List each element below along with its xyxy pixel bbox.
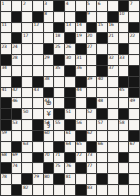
white-cell-r7-c0[interactable] bbox=[1, 77, 11, 87]
white-cell-r4-c1[interactable]: 24 bbox=[12, 44, 22, 54]
clue-number: 8 bbox=[44, 11, 47, 16]
white-cell-r15-c6[interactable]: 76 bbox=[65, 163, 75, 173]
white-cell-r3-c4[interactable] bbox=[44, 33, 54, 43]
white-cell-r9-c3[interactable] bbox=[33, 98, 43, 108]
white-cell-r13-c12[interactable]: 67 bbox=[129, 142, 139, 152]
white-cell-r4-c2[interactable] bbox=[22, 44, 32, 54]
black-cell-r12-c7 bbox=[76, 131, 86, 141]
black-cell-r1-c3 bbox=[33, 12, 43, 22]
white-cell-r10-c4[interactable]: ¥ bbox=[44, 109, 54, 119]
white-cell-r8-c5[interactable] bbox=[54, 88, 64, 98]
black-cell-r0-c5 bbox=[54, 1, 64, 11]
white-cell-r14-c10[interactable] bbox=[108, 153, 118, 163]
white-cell-r2-c11[interactable] bbox=[119, 23, 129, 33]
white-cell-r4-c0[interactable]: 23 bbox=[1, 44, 11, 54]
clue-number: 4 bbox=[66, 1, 69, 6]
white-cell-r11-c12[interactable] bbox=[129, 120, 139, 130]
white-cell-r2-c9[interactable]: 15 bbox=[97, 23, 107, 33]
black-cell-r16-c11 bbox=[119, 174, 129, 184]
white-cell-r0-c8[interactable]: 5 bbox=[87, 1, 97, 11]
clue-number: 63 bbox=[23, 141, 28, 146]
black-cell-r10-c1 bbox=[12, 109, 22, 119]
white-cell-r3-c2[interactable]: 17 bbox=[22, 33, 32, 43]
clue-number: 30 bbox=[66, 55, 71, 60]
white-cell-r8-c1[interactable]: 42 bbox=[12, 88, 22, 98]
white-cell-r11-c10[interactable] bbox=[108, 120, 118, 130]
white-cell-r2-c2[interactable] bbox=[22, 23, 32, 33]
clue-number: 42 bbox=[12, 87, 17, 92]
white-cell-r7-c4[interactable]: 38 bbox=[44, 77, 54, 87]
clue-number: 16 bbox=[108, 22, 113, 27]
clue-number: 48 bbox=[98, 98, 103, 103]
clue-number: 80 bbox=[44, 174, 49, 179]
clue-number: 66 bbox=[98, 141, 103, 146]
white-cell-r15-c1[interactable]: 74 bbox=[12, 163, 22, 173]
black-cell-r3-c1 bbox=[12, 33, 22, 43]
white-cell-r4-c5[interactable]: 25 bbox=[54, 44, 64, 54]
clue-number: 55 bbox=[55, 120, 60, 125]
black-cell-r1-c10 bbox=[108, 12, 118, 22]
black-cell-r14-c11 bbox=[119, 153, 129, 163]
black-cell-r9-c8 bbox=[87, 98, 97, 108]
white-cell-r3-c10[interactable]: 21 bbox=[108, 33, 118, 43]
black-cell-r6-c9 bbox=[97, 66, 107, 76]
clue-number: 26 bbox=[66, 44, 71, 49]
white-cell-r7-c6[interactable] bbox=[65, 77, 75, 87]
white-cell-r4-c12[interactable] bbox=[129, 44, 139, 54]
black-cell-r4-c11 bbox=[119, 44, 129, 54]
white-cell-r15-c10[interactable] bbox=[108, 163, 118, 173]
white-cell-r4-c6[interactable]: 26 bbox=[65, 44, 75, 54]
black-cell-r15-c0 bbox=[1, 163, 11, 173]
clue-number: 28 bbox=[12, 55, 17, 60]
white-cell-r12-c6[interactable]: 61 bbox=[65, 131, 75, 141]
white-cell-r3-c12[interactable]: 22 bbox=[129, 33, 139, 43]
black-cell-r11-c6 bbox=[65, 120, 75, 130]
clue-number: 46 bbox=[12, 98, 17, 103]
white-cell-r16-c4[interactable]: 80 bbox=[44, 174, 54, 184]
white-cell-r6-c8[interactable] bbox=[87, 66, 97, 76]
white-cell-r2-c0[interactable]: 11 bbox=[1, 23, 11, 33]
white-cell-r6-c3[interactable] bbox=[33, 66, 43, 76]
clue-number: 76 bbox=[66, 163, 71, 168]
clue-number: 25 bbox=[55, 44, 60, 49]
white-cell-r16-c10[interactable] bbox=[108, 174, 118, 184]
white-cell-r0-c7[interactable] bbox=[76, 1, 86, 11]
white-cell-r17-c5[interactable] bbox=[54, 185, 64, 195]
white-cell-r3-c7[interactable]: 19 bbox=[76, 33, 86, 43]
white-cell-r10-c3[interactable] bbox=[33, 109, 43, 119]
white-cell-r9-c10[interactable] bbox=[108, 98, 118, 108]
black-cell-r10-c5 bbox=[54, 109, 64, 119]
black-cell-r10-c9 bbox=[97, 109, 107, 119]
white-cell-r16-c12[interactable] bbox=[129, 174, 139, 184]
white-cell-r5-c4[interactable]: 29 bbox=[44, 55, 54, 65]
white-cell-r0-c1[interactable] bbox=[12, 1, 22, 11]
white-cell-r17-c11[interactable] bbox=[119, 185, 129, 195]
white-cell-r12-c8[interactable]: 62 bbox=[87, 131, 97, 141]
white-cell-r11-c5[interactable]: 55 bbox=[54, 120, 64, 130]
white-cell-r8-c2[interactable] bbox=[22, 88, 32, 98]
white-cell-r12-c5[interactable] bbox=[54, 131, 64, 141]
white-cell-r6-c0[interactable]: 34 bbox=[1, 66, 11, 76]
white-cell-r9-c7[interactable] bbox=[76, 98, 86, 108]
black-cell-r11-c0 bbox=[1, 120, 11, 130]
clue-number: 61 bbox=[66, 130, 71, 135]
clue-number: 20 bbox=[87, 33, 92, 38]
black-cell-r0-c11 bbox=[119, 1, 129, 11]
white-cell-r10-c8[interactable]: 52 bbox=[87, 109, 97, 119]
white-cell-r2-c4[interactable] bbox=[44, 23, 54, 33]
white-cell-r13-c4[interactable] bbox=[44, 142, 54, 152]
clue-number: 50 bbox=[23, 109, 28, 114]
black-cell-r12-c12 bbox=[129, 131, 139, 141]
black-cell-r3-c6 bbox=[65, 33, 75, 43]
white-cell-r6-c5[interactable]: 35 bbox=[54, 66, 64, 76]
white-cell-r10-c7[interactable] bbox=[76, 109, 86, 119]
white-cell-r1-c8[interactable]: 9 bbox=[87, 12, 97, 22]
white-cell-r12-c9[interactable] bbox=[97, 131, 107, 141]
white-cell-r8-c11[interactable]: 45 bbox=[119, 88, 129, 98]
white-cell-r14-c12[interactable] bbox=[129, 153, 139, 163]
black-cell-r7-c1 bbox=[12, 77, 22, 87]
black-cell-r11-c3 bbox=[33, 120, 43, 130]
clue-number: 17 bbox=[23, 33, 28, 38]
black-cell-r4-c4 bbox=[44, 44, 54, 54]
white-cell-r14-c0[interactable]: 68 bbox=[1, 153, 11, 163]
white-cell-r2-c6[interactable]: 13 bbox=[65, 23, 75, 33]
clue-number: 56 bbox=[76, 120, 81, 125]
clue-number: 44 bbox=[76, 87, 81, 92]
white-cell-r15-c9[interactable] bbox=[97, 163, 107, 173]
white-cell-r5-c2[interactable] bbox=[22, 55, 32, 65]
white-cell-r0-c10[interactable] bbox=[108, 1, 118, 11]
white-cell-r3-c3[interactable] bbox=[33, 33, 43, 43]
white-cell-r13-c11[interactable] bbox=[119, 142, 129, 152]
clue-number: 6 bbox=[98, 1, 101, 6]
white-cell-r16-c0[interactable]: 78 bbox=[1, 174, 11, 184]
white-cell-r6-c10[interactable]: 37 bbox=[108, 66, 118, 76]
given-symbol: § bbox=[44, 120, 54, 130]
clue-number: 9 bbox=[87, 11, 90, 16]
clue-number: 82 bbox=[23, 185, 28, 190]
white-cell-r16-c3[interactable]: 79 bbox=[33, 174, 43, 184]
white-cell-r9-c4[interactable]: 47⊕ bbox=[44, 98, 54, 108]
white-cell-r0-c2[interactable]: 2 bbox=[22, 1, 32, 11]
black-cell-r10-c0 bbox=[1, 109, 11, 119]
white-cell-r0-c0[interactable]: 1 bbox=[1, 1, 11, 11]
clue-number: 45 bbox=[119, 87, 124, 92]
white-cell-r2-c1[interactable] bbox=[12, 23, 22, 33]
white-cell-r0-c9[interactable]: 6 bbox=[97, 1, 107, 11]
white-cell-r13-c2[interactable]: 63 bbox=[22, 142, 32, 152]
white-cell-r14-c4[interactable]: 70 bbox=[44, 153, 54, 163]
clue-number: 24 bbox=[12, 44, 17, 49]
white-cell-r5-c10[interactable]: 32 bbox=[108, 55, 118, 65]
white-cell-r1-c4[interactable]: 8 bbox=[44, 12, 54, 22]
black-cell-r5-c5 bbox=[54, 55, 64, 65]
white-cell-r3-c8[interactable]: 20 bbox=[87, 33, 97, 43]
clue-number: 22 bbox=[130, 33, 135, 38]
black-cell-r6-c6 bbox=[65, 66, 75, 76]
clue-number: 2 bbox=[23, 1, 26, 6]
white-cell-r9-c5[interactable] bbox=[54, 98, 64, 108]
white-cell-r7-c8[interactable]: 39 bbox=[87, 77, 97, 87]
white-cell-r17-c6[interactable] bbox=[65, 185, 75, 195]
white-cell-r16-c8[interactable] bbox=[87, 174, 97, 184]
white-cell-r13-c3[interactable] bbox=[33, 142, 43, 152]
white-cell-r17-c10[interactable] bbox=[108, 185, 118, 195]
white-cell-r16-c7[interactable] bbox=[76, 174, 86, 184]
black-cell-r8-c12 bbox=[129, 88, 139, 98]
white-cell-r1-c12[interactable] bbox=[129, 12, 139, 22]
clue-number: 60 bbox=[44, 130, 49, 135]
white-cell-r12-c0[interactable]: 59 bbox=[1, 131, 11, 141]
given-symbol: ⊕ bbox=[44, 98, 54, 108]
clue-number: 49 bbox=[130, 98, 135, 103]
black-cell-r2-c12 bbox=[129, 23, 139, 33]
white-cell-r0-c3[interactable] bbox=[33, 1, 43, 11]
white-cell-r7-c10[interactable] bbox=[108, 77, 118, 87]
white-cell-r8-c7[interactable]: 44 bbox=[76, 88, 86, 98]
white-cell-r12-c11[interactable] bbox=[119, 131, 129, 141]
white-cell-r14-c2[interactable] bbox=[22, 153, 32, 163]
white-cell-r6-c7[interactable]: 36 bbox=[76, 66, 86, 76]
black-cell-r2-c8 bbox=[87, 23, 97, 33]
black-cell-r16-c5 bbox=[54, 174, 64, 184]
clue-number: 77 bbox=[87, 163, 92, 168]
clue-number: 12 bbox=[34, 22, 39, 27]
black-cell-r17-c1 bbox=[12, 185, 22, 195]
white-cell-r8-c3[interactable]: 43 bbox=[33, 88, 43, 98]
clue-number: 10 bbox=[119, 11, 124, 16]
white-cell-r11-c2[interactable] bbox=[22, 120, 32, 130]
white-cell-r17-c4[interactable] bbox=[44, 185, 54, 195]
black-cell-r8-c4 bbox=[44, 88, 54, 98]
white-cell-r6-c1[interactable] bbox=[12, 66, 22, 76]
white-cell-r8-c0[interactable]: 41 bbox=[1, 88, 11, 98]
black-cell-r7-c7 bbox=[76, 77, 86, 87]
clue-number: 43 bbox=[34, 87, 39, 92]
black-cell-r7-c3 bbox=[33, 77, 43, 87]
black-cell-r16-c9 bbox=[97, 174, 107, 184]
white-cell-r11-c11[interactable]: 58 bbox=[119, 120, 129, 130]
black-cell-r13-c1 bbox=[12, 142, 22, 152]
clue-number: 51 bbox=[66, 109, 71, 114]
clue-number: 70 bbox=[44, 152, 49, 157]
white-cell-r6-c11[interactable] bbox=[119, 66, 129, 76]
clue-number: 37 bbox=[108, 65, 113, 70]
white-cell-r0-c6[interactable]: 4 bbox=[65, 1, 75, 11]
white-cell-r2-c3[interactable]: 12 bbox=[33, 23, 43, 33]
black-cell-r1-c1 bbox=[12, 12, 22, 22]
white-cell-r13-c9[interactable]: 66 bbox=[97, 142, 107, 152]
white-cell-r3-c5[interactable]: 18 bbox=[54, 33, 64, 43]
white-cell-r1-c5[interactable] bbox=[54, 12, 64, 22]
white-cell-r10-c6[interactable]: 51 bbox=[65, 109, 75, 119]
white-cell-r17-c9[interactable] bbox=[97, 185, 107, 195]
clue-number: 7 bbox=[130, 1, 133, 6]
clue-number: 59 bbox=[2, 130, 7, 135]
clue-number: 18 bbox=[55, 33, 60, 38]
clue-number: 40 bbox=[98, 76, 103, 81]
white-cell-r13-c6[interactable]: 64 bbox=[65, 142, 75, 152]
black-cell-r14-c3 bbox=[33, 153, 43, 163]
white-cell-r2-c7[interactable]: 14 bbox=[76, 23, 86, 33]
white-cell-r1-c6[interactable] bbox=[65, 12, 75, 22]
white-cell-r14-c8[interactable]: 73 bbox=[87, 153, 97, 163]
white-cell-r5-c12[interactable] bbox=[129, 55, 139, 65]
white-cell-r9-c9[interactable]: 48 bbox=[97, 98, 107, 108]
clue-number: 39 bbox=[87, 76, 92, 81]
white-cell-r16-c6[interactable]: 81 bbox=[65, 174, 75, 184]
white-cell-r12-c2[interactable] bbox=[22, 131, 32, 141]
white-cell-r10-c10[interactable] bbox=[108, 109, 118, 119]
white-cell-r17-c2[interactable]: 82 bbox=[22, 185, 32, 195]
white-cell-r4-c8[interactable]: 27 bbox=[87, 44, 97, 54]
clue-number: 57 bbox=[98, 120, 103, 125]
black-cell-r15-c4 bbox=[44, 163, 54, 173]
clue-number: 15 bbox=[98, 22, 103, 27]
white-cell-r11-c1[interactable]: 53 bbox=[12, 120, 22, 130]
white-cell-r13-c10[interactable] bbox=[108, 142, 118, 152]
white-cell-r15-c11[interactable] bbox=[119, 163, 129, 173]
clue-number: 36 bbox=[76, 65, 81, 70]
white-cell-r17-c3[interactable] bbox=[33, 185, 43, 195]
white-cell-r7-c5[interactable] bbox=[54, 77, 64, 87]
white-cell-r15-c8[interactable]: 77 bbox=[87, 163, 97, 173]
white-cell-r12-c10[interactable] bbox=[108, 131, 118, 141]
white-cell-r0-c4[interactable]: 3 bbox=[44, 1, 54, 11]
white-cell-r3-c11[interactable] bbox=[119, 33, 129, 43]
clue-number: 75 bbox=[55, 163, 60, 168]
white-cell-r6-c4[interactable] bbox=[44, 66, 54, 76]
clue-number: 64 bbox=[66, 141, 71, 146]
black-cell-r10-c11 bbox=[119, 109, 129, 119]
black-cell-r15-c7 bbox=[76, 163, 86, 173]
clue-number: 72 bbox=[76, 152, 81, 157]
clue-number: 83 bbox=[87, 185, 92, 190]
black-cell-r14-c6 bbox=[65, 153, 75, 163]
clue-number: 27 bbox=[87, 44, 92, 49]
clue-number: 74 bbox=[12, 163, 17, 168]
white-cell-r15-c12[interactable] bbox=[129, 163, 139, 173]
white-cell-r15-c5[interactable]: 75 bbox=[54, 163, 64, 173]
white-cell-r7-c9[interactable]: 40 bbox=[97, 77, 107, 87]
white-cell-r13-c7[interactable]: 65 bbox=[76, 142, 86, 152]
white-cell-r17-c8[interactable]: 83 bbox=[87, 185, 97, 195]
given-symbol: ¥ bbox=[44, 109, 54, 119]
white-cell-r9-c12[interactable]: 49 bbox=[129, 98, 139, 108]
white-cell-r8-c10[interactable] bbox=[108, 88, 118, 98]
white-cell-r11-c9[interactable]: 57 bbox=[97, 120, 107, 130]
clue-number: 14 bbox=[76, 22, 81, 27]
clue-number: 58 bbox=[119, 120, 124, 125]
white-cell-r11-c4[interactable]: 54§ bbox=[44, 120, 54, 130]
white-cell-r14-c9[interactable] bbox=[97, 153, 107, 163]
white-cell-r8-c8[interactable] bbox=[87, 88, 97, 98]
white-cell-r5-c7[interactable]: 31 bbox=[76, 55, 86, 65]
white-cell-r7-c2[interactable] bbox=[22, 77, 32, 87]
clue-number: 33 bbox=[119, 55, 124, 60]
clue-number: 5 bbox=[87, 1, 90, 6]
clue-number: 79 bbox=[34, 174, 39, 179]
white-cell-r14-c1[interactable]: 69 bbox=[12, 153, 22, 163]
white-cell-r5-c8[interactable] bbox=[87, 55, 97, 65]
white-cell-r17-c12[interactable] bbox=[129, 185, 139, 195]
white-cell-r5-c6[interactable]: 30 bbox=[65, 55, 75, 65]
white-cell-r6-c2[interactable] bbox=[22, 66, 32, 76]
white-cell-r8-c9[interactable] bbox=[97, 88, 107, 98]
white-cell-r4-c10[interactable] bbox=[108, 44, 118, 54]
white-cell-r5-c11[interactable]: 33 bbox=[119, 55, 129, 65]
white-cell-r12-c4[interactable]: 60 bbox=[44, 131, 54, 141]
clue-number: 23 bbox=[2, 44, 7, 49]
white-cell-r11-c8[interactable] bbox=[87, 120, 97, 130]
white-cell-r5-c3[interactable] bbox=[33, 55, 43, 65]
white-cell-r17-c0[interactable] bbox=[1, 185, 11, 195]
clue-number: 78 bbox=[2, 174, 7, 179]
clue-number: 1 bbox=[2, 1, 5, 6]
white-cell-r16-c1[interactable] bbox=[12, 174, 22, 184]
white-cell-r4-c9[interactable] bbox=[97, 44, 107, 54]
clue-number: 31 bbox=[76, 55, 81, 60]
clue-number: 73 bbox=[87, 152, 92, 157]
white-cell-r5-c1[interactable]: 28 bbox=[12, 55, 22, 65]
white-cell-r9-c2[interactable] bbox=[22, 98, 32, 108]
white-cell-r10-c2[interactable]: 50 bbox=[22, 109, 32, 119]
white-cell-r1-c9[interactable] bbox=[97, 12, 107, 22]
white-cell-r15-c2[interactable] bbox=[22, 163, 32, 173]
clue-number: 32 bbox=[108, 55, 113, 60]
black-cell-r7-c11 bbox=[119, 77, 129, 87]
black-cell-r5-c9 bbox=[97, 55, 107, 65]
white-cell-r14-c7[interactable]: 72 bbox=[76, 153, 86, 163]
white-cell-r10-c12[interactable] bbox=[129, 109, 139, 119]
white-cell-r2-c10[interactable]: 16 bbox=[108, 23, 118, 33]
clue-number: 34 bbox=[2, 65, 7, 70]
white-cell-r11-c7[interactable]: 56 bbox=[76, 120, 86, 130]
clue-number: 35 bbox=[55, 65, 60, 70]
white-cell-r9-c1[interactable]: 46 bbox=[12, 98, 22, 108]
clue-number: 11 bbox=[2, 22, 7, 27]
clue-number: 68 bbox=[2, 152, 7, 157]
white-cell-r9-c11[interactable] bbox=[119, 98, 129, 108]
clue-number: 65 bbox=[76, 141, 81, 146]
clue-number: 29 bbox=[44, 55, 49, 60]
clue-number: 62 bbox=[87, 130, 92, 135]
clue-number: 67 bbox=[130, 141, 135, 146]
white-cell-r1-c0[interactable] bbox=[1, 12, 11, 22]
black-cell-r12-c3 bbox=[33, 131, 43, 141]
white-cell-r13-c0[interactable] bbox=[1, 142, 11, 152]
black-cell-r13-c5 bbox=[54, 142, 64, 152]
white-cell-r4-c3[interactable] bbox=[33, 44, 43, 54]
white-cell-r3-c0[interactable] bbox=[1, 33, 11, 43]
white-cell-r1-c2[interactable] bbox=[22, 12, 32, 22]
clue-number: 3 bbox=[44, 1, 47, 6]
white-cell-r12-c1[interactable] bbox=[12, 131, 22, 141]
clue-number: 52 bbox=[87, 109, 92, 114]
black-cell-r16-c2 bbox=[22, 174, 32, 184]
black-cell-r5-c0 bbox=[1, 55, 11, 65]
white-cell-r0-c12[interactable]: 7 bbox=[129, 1, 139, 11]
clue-number: 81 bbox=[66, 174, 71, 179]
white-cell-r14-c5[interactable]: 71 bbox=[54, 153, 64, 163]
clue-number: 41 bbox=[2, 87, 7, 92]
white-cell-r15-c3[interactable] bbox=[33, 163, 43, 173]
white-cell-r1-c11[interactable]: 10 bbox=[119, 12, 129, 22]
